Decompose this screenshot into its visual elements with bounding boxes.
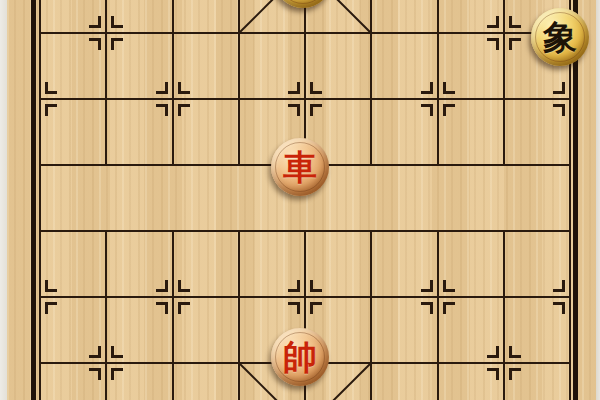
point-marker-f3r7-1 [156, 302, 168, 314]
point-marker-f3r4-2 [178, 82, 190, 94]
piece-red-chariot[interactable]: 車 [271, 138, 329, 196]
point-marker-f2r3-1 [89, 38, 101, 50]
red-chariot-glyph: 車 [283, 150, 317, 184]
screen-edge-left [0, 0, 7, 400]
point-marker-f7r7-0 [421, 280, 433, 292]
piece-black-elephant[interactable]: 象 [531, 8, 589, 66]
point-marker-f2r8-0 [89, 346, 101, 358]
point-marker-f7r7-2 [443, 280, 455, 292]
point-marker-f3r4-1 [156, 104, 168, 116]
point-marker-f1r4-1 [45, 104, 57, 116]
point-marker-f8r3-2 [509, 16, 521, 28]
point-marker-f5r4-1 [288, 104, 300, 116]
point-marker-f5r7-2 [310, 280, 322, 292]
point-marker-f9r7-0 [553, 280, 565, 292]
point-marker-f7r4-0 [421, 82, 433, 94]
point-marker-f5r7-3 [310, 302, 322, 314]
grid-file-line-6-top [370, 0, 372, 166]
grid-file-line-6-bottom [370, 230, 372, 400]
grid-file-line-4-top [238, 0, 240, 166]
grid-file-line-8-top [503, 0, 505, 166]
point-marker-f7r4-2 [443, 82, 455, 94]
point-marker-f7r7-1 [421, 302, 433, 314]
red-general-glyph: 帥 [283, 340, 317, 374]
point-marker-f2r3-3 [111, 38, 123, 50]
point-marker-f8r3-3 [509, 38, 521, 50]
point-marker-f5r4-2 [310, 82, 322, 94]
point-marker-f7r4-1 [421, 104, 433, 116]
point-marker-f2r8-3 [111, 368, 123, 380]
point-marker-f2r3-0 [89, 16, 101, 28]
point-marker-f8r3-1 [487, 38, 499, 50]
point-marker-f8r8-1 [487, 368, 499, 380]
piece-red-general[interactable]: 帥 [271, 328, 329, 386]
point-marker-f7r4-3 [443, 104, 455, 116]
point-marker-f9r4-1 [553, 104, 565, 116]
point-marker-f2r8-2 [111, 346, 123, 358]
point-marker-f5r4-0 [288, 82, 300, 94]
grid-file-line-3-bottom [172, 230, 174, 400]
grid-file-line-4-bottom [238, 230, 240, 400]
grid-file-line-2-bottom [105, 230, 107, 400]
point-marker-f3r7-0 [156, 280, 168, 292]
point-marker-f8r8-0 [487, 346, 499, 358]
black-elephant-glyph: 象 [543, 20, 577, 54]
point-marker-f8r8-2 [509, 346, 521, 358]
grid-file-line-2-top [105, 0, 107, 166]
point-marker-f2r8-1 [89, 368, 101, 380]
xiangqi-board[interactable]: 將象車帥 [0, 0, 600, 400]
point-marker-f5r7-0 [288, 280, 300, 292]
grid-file-line-3-top [172, 0, 174, 166]
point-marker-f8r3-0 [487, 16, 499, 28]
point-marker-f1r4-0 [45, 82, 57, 94]
point-marker-f3r4-0 [156, 82, 168, 94]
point-marker-f2r3-2 [111, 16, 123, 28]
point-marker-f1r7-1 [45, 302, 57, 314]
point-marker-f7r7-3 [443, 302, 455, 314]
point-marker-f9r7-1 [553, 302, 565, 314]
grid-file-line-7-top [437, 0, 439, 166]
point-marker-f1r7-0 [45, 280, 57, 292]
point-marker-f8r8-3 [509, 368, 521, 380]
point-marker-f5r7-1 [288, 302, 300, 314]
grid-file-line-1 [39, 0, 41, 400]
grid-file-line-7-bottom [437, 230, 439, 400]
screen-edge-right [596, 0, 600, 400]
point-marker-f3r4-3 [178, 104, 190, 116]
point-marker-f3r7-3 [178, 302, 190, 314]
point-marker-f3r7-2 [178, 280, 190, 292]
point-marker-f9r4-0 [553, 82, 565, 94]
point-marker-f5r4-3 [310, 104, 322, 116]
grid-file-line-8-bottom [503, 230, 505, 400]
